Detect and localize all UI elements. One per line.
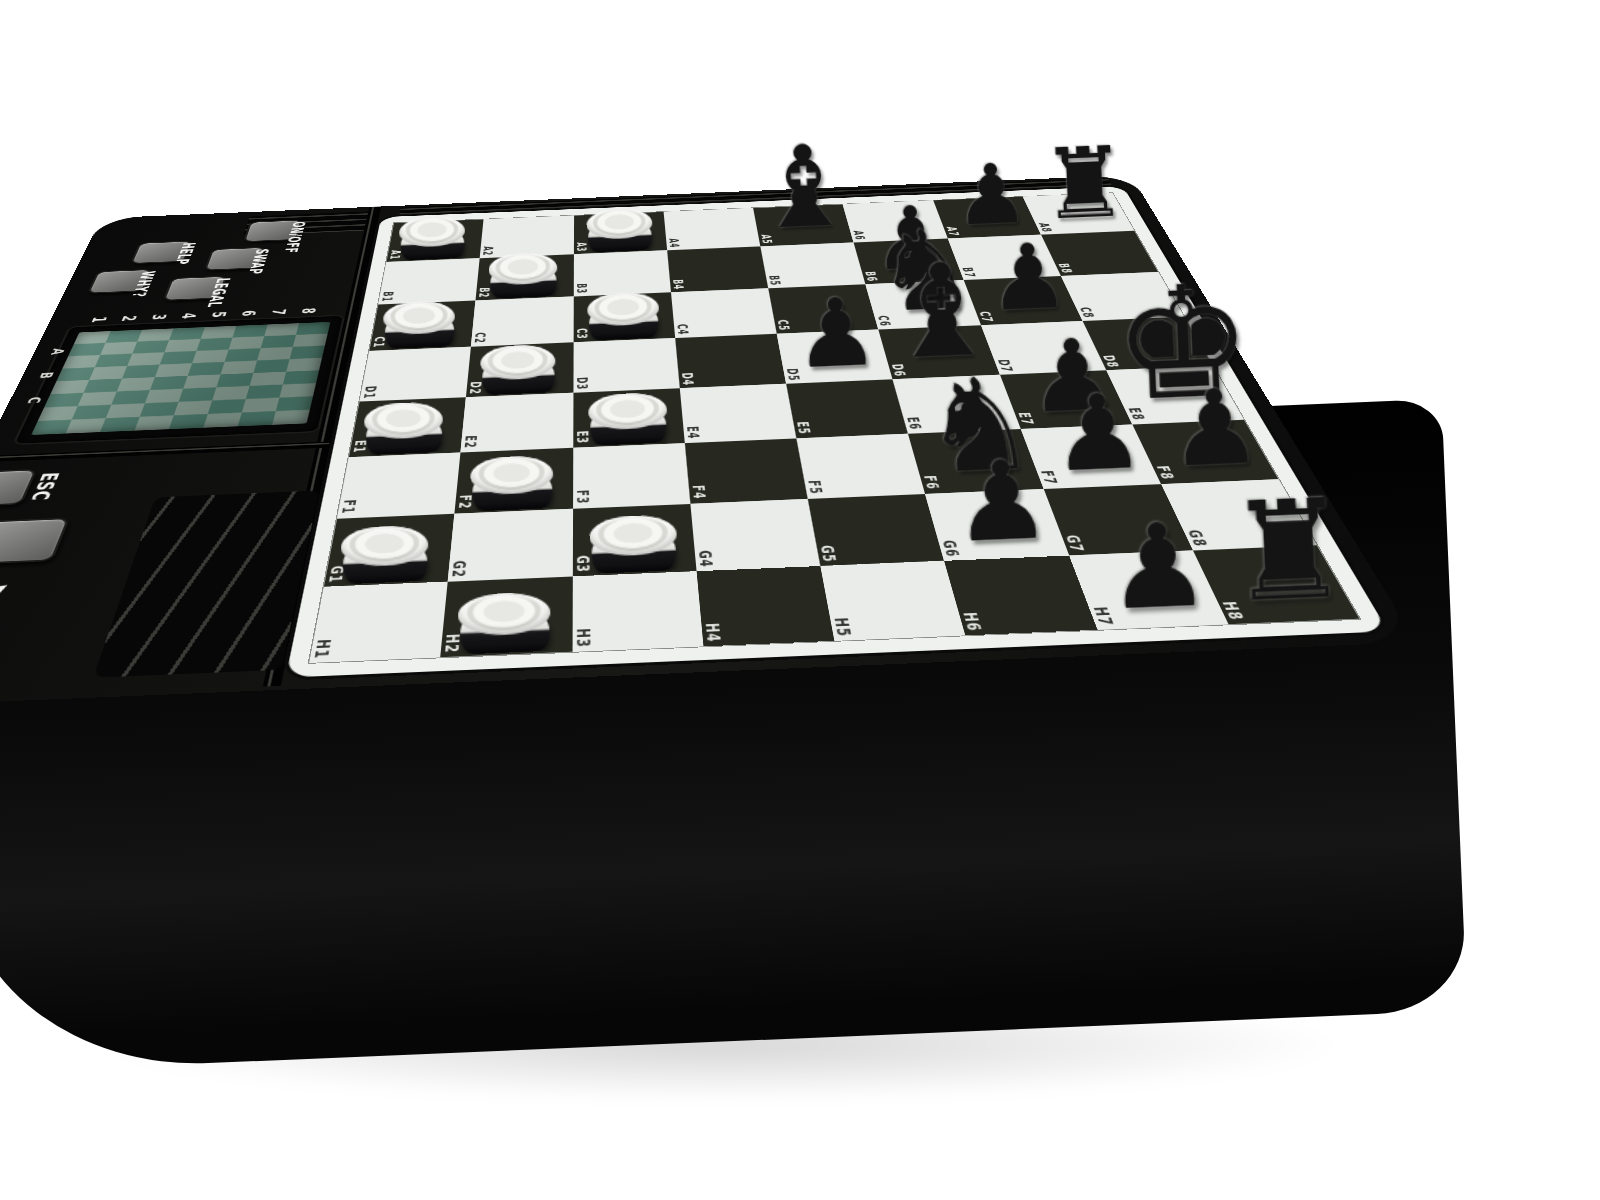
square-E4[interactable]: E4 [679, 384, 796, 443]
lcd-col-number: 3 [145, 309, 171, 325]
square-coordinate-label: B4 [671, 279, 685, 288]
lcd-bezel [15, 316, 343, 444]
square-D3[interactable]: D3 [573, 338, 680, 393]
lcd-col-number: 6 [235, 306, 260, 322]
speaker-grille-icon [93, 490, 319, 677]
square-coordinate-label: C5 [775, 319, 791, 329]
lcd-row-letter: C [0, 396, 46, 410]
square-coordinate-label: F4 [690, 485, 707, 498]
square-coordinate-label: A4 [667, 238, 680, 246]
square-A4[interactable]: A4 [663, 208, 760, 250]
white-checker-piece[interactable] [340, 524, 429, 584]
square-A1[interactable]: A1 [386, 219, 483, 262]
lcd-column-numbers: 12345678 [80, 304, 339, 326]
square-coordinate-label: A2 [481, 246, 494, 254]
square-coordinate-label: B3 [574, 283, 587, 292]
lcd-col-number: 7 [265, 304, 289, 320]
white-checker-piece[interactable] [458, 591, 553, 654]
square-coordinate-label: E4 [684, 426, 700, 438]
white-checker-piece[interactable] [586, 291, 659, 340]
square-B2[interactable]: B2 [476, 254, 574, 300]
square-coordinate-label: E6 [905, 417, 923, 429]
square-coordinate-label: C4 [675, 324, 690, 334]
square-coordinate-label: B1 [380, 291, 395, 300]
white-checker-piece[interactable] [587, 392, 668, 446]
square-D4[interactable]: D4 [675, 334, 786, 388]
square-G6[interactable]: G6♟ [925, 489, 1068, 561]
square-E5[interactable]: E5 [786, 379, 908, 438]
square-H3[interactable]: H3 [572, 571, 703, 652]
black-pawn-piece[interactable]: ♟ [793, 287, 881, 380]
console-seam [0, 441, 330, 462]
square-F1[interactable]: F1 [337, 453, 461, 519]
lcd-col-number: 4 [175, 308, 200, 324]
square-B1[interactable]: B1 [378, 258, 480, 304]
square-coordinate-label: E5 [795, 421, 812, 433]
square-coordinate-label: D1 [362, 386, 378, 397]
square-B3[interactable]: B3 [573, 250, 670, 296]
square-coordinate-label: H6 [961, 612, 983, 628]
on-off-button-label: ON/OFF [280, 221, 308, 253]
why-button[interactable] [87, 269, 153, 294]
lcd-col-number: 2 [114, 311, 140, 327]
lcd-mini-board [31, 322, 330, 435]
square-coordinate-label: F3 [574, 490, 590, 503]
square-A3[interactable]: A3 [573, 212, 666, 255]
square-F4[interactable]: F4 [685, 439, 808, 504]
square-coordinate-label: C2 [473, 332, 488, 342]
square-F3[interactable]: F3 [572, 443, 690, 509]
square-F5[interactable]: F5 [796, 434, 925, 499]
square-coordinate-label: E3 [574, 430, 589, 442]
vent-grooves-icon [243, 211, 370, 235]
square-coordinate-label: G4 [696, 550, 714, 564]
square-H2[interactable]: H2 [441, 576, 573, 657]
lcd-row-letters: ABC [2, 342, 59, 416]
square-G4[interactable]: G4 [690, 499, 820, 571]
black-pawn-piece[interactable]: ♟ [1049, 382, 1146, 484]
square-A2[interactable]: A2 [480, 215, 574, 258]
lcd-row-letter: A [18, 348, 69, 360]
chess-board: A1A2A3A4A5♝A6A7♟A8♜B1B2B3B4B5B6♟B7B8C1C2… [309, 193, 1359, 663]
lcd-row-letter: B [5, 372, 57, 385]
square-E1[interactable]: E1 [349, 397, 466, 457]
white-checker-piece[interactable] [488, 252, 558, 299]
square-H1[interactable]: H1 [309, 582, 448, 663]
swap-button[interactable] [204, 247, 266, 271]
square-coordinate-label: H3 [573, 628, 591, 644]
square-D2[interactable]: D2 [466, 342, 573, 397]
square-coordinate-label: C3 [574, 328, 588, 338]
square-F2[interactable]: F2 [455, 448, 573, 514]
chess-computer-device: ON/OFF SWAP LEGAL HELP WHY? 12345678 ABC [0, 175, 1416, 708]
white-checker-piece[interactable] [588, 514, 677, 574]
black-pawn-piece[interactable]: ♟ [1104, 509, 1212, 623]
esc-button-label: ESC [26, 472, 64, 501]
square-E3[interactable]: E3 [573, 388, 685, 448]
square-coordinate-label: D4 [679, 372, 694, 383]
black-pawn-piece[interactable]: ♟ [951, 447, 1053, 555]
square-G3[interactable]: G3 [572, 504, 696, 577]
square-C2[interactable]: C2 [471, 296, 573, 346]
square-coordinate-label: F1 [340, 499, 358, 512]
square-H4[interactable]: H4 [696, 566, 834, 646]
white-checker-piece[interactable] [586, 208, 653, 253]
legal-button-label: LEGAL [203, 277, 233, 307]
square-G2[interactable]: G2 [448, 509, 572, 582]
square-E2[interactable]: E2 [461, 393, 573, 453]
black-pawn-piece[interactable]: ♟ [1167, 377, 1264, 479]
swap-button-label: SWAP [244, 249, 271, 275]
white-checker-piece[interactable] [383, 300, 456, 349]
square-coordinate-label: E2 [463, 435, 479, 447]
square-coordinate-label: F5 [806, 480, 824, 493]
board-panel: A1A2A3A4A5♝A6A7♟A8♜B1B2B3B4B5B6♟B7B8C1C2… [286, 186, 1389, 678]
square-G5[interactable]: G5 [808, 494, 945, 566]
square-coordinate-label: G3 [574, 555, 591, 569]
lcd-col-number: 8 [295, 303, 319, 319]
white-checker-piece[interactable] [480, 344, 557, 395]
square-coordinate-label: A3 [574, 242, 587, 250]
square-D5[interactable]: D5♟ [777, 330, 893, 384]
square-C1[interactable]: C1 [369, 301, 475, 351]
square-C4[interactable]: C4 [671, 288, 777, 338]
lcd-col-number: 5 [205, 307, 230, 323]
white-checker-piece[interactable] [399, 215, 466, 260]
product-photo-stage: ON/OFF SWAP LEGAL HELP WHY? 12345678 ABC [0, 0, 1600, 1200]
square-A5[interactable]: A5♝ [753, 204, 854, 246]
help-button-label: HELP [171, 242, 199, 265]
square-G1[interactable]: G1 [324, 514, 455, 587]
square-coordinate-label: H4 [702, 623, 721, 639]
square-coordinate-label: D3 [574, 377, 588, 388]
help-button[interactable] [130, 241, 193, 264]
square-coordinate-label: C8 [1077, 307, 1095, 317]
square-coordinate-label: B5 [767, 275, 782, 284]
move-button[interactable] [0, 518, 70, 565]
black-bishop-piece[interactable]: ♝ [752, 133, 857, 244]
square-coordinate-label: H1 [312, 639, 332, 655]
white-checker-piece[interactable] [364, 401, 445, 455]
lcd-col-number: 1 [84, 312, 111, 328]
square-coordinate-label: G5 [818, 545, 837, 559]
arrow-marker-icon [0, 585, 7, 629]
square-H7[interactable]: H7♟ [1069, 550, 1229, 629]
square-coordinate-label: G2 [450, 560, 468, 574]
square-C3[interactable]: C3 [573, 292, 675, 342]
esc-button[interactable] [0, 469, 38, 508]
why-button-label: WHY? [128, 271, 158, 298]
square-H5[interactable]: H5 [820, 561, 965, 641]
square-coordinate-label: H5 [832, 617, 853, 633]
square-B4[interactable]: B4 [667, 246, 768, 292]
on-off-button[interactable] [243, 220, 303, 243]
square-D1[interactable]: D1 [360, 347, 472, 402]
white-checker-piece[interactable] [470, 455, 555, 512]
legal-button[interactable] [163, 276, 228, 301]
square-coordinate-label: G7 [1062, 535, 1084, 549]
black-rook-piece[interactable]: ♜ [1039, 136, 1130, 232]
black-rook-piece[interactable]: ♜ [1224, 484, 1352, 619]
